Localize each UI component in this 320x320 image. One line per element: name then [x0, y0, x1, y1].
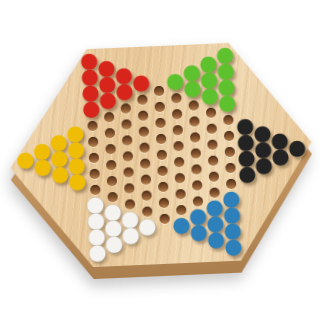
board-cell: [204, 152, 222, 169]
hole[interactable]: [155, 118, 165, 128]
hole[interactable]: [172, 125, 182, 135]
board-cell: [171, 170, 189, 187]
hole[interactable]: [103, 112, 113, 122]
hole[interactable]: [159, 214, 169, 224]
hole[interactable]: [206, 124, 216, 134]
board-cell: ●: [139, 219, 157, 236]
hole[interactable]: [158, 198, 168, 208]
hole[interactable]: [140, 159, 150, 169]
hole[interactable]: [189, 116, 199, 126]
hole[interactable]: [140, 174, 150, 184]
hole[interactable]: [104, 128, 114, 138]
hole[interactable]: [105, 144, 115, 154]
board-cell: [153, 163, 171, 180]
board-cell: ●: [218, 96, 236, 113]
hole[interactable]: [121, 119, 131, 129]
board-cell: [120, 180, 138, 197]
peg-grid: ●●●●●●●●●●●●●●●●●●●●●●●●●●●●●●●●●●●●●●●●…: [12, 41, 310, 269]
hole[interactable]: [223, 115, 233, 125]
hole[interactable]: [225, 163, 235, 173]
hole[interactable]: [224, 147, 234, 157]
hole[interactable]: [171, 93, 181, 103]
board-cell: [134, 123, 152, 140]
hole[interactable]: [174, 173, 184, 183]
board-cell: ●: [173, 218, 191, 235]
board-cell: [169, 138, 187, 155]
board-cell: [100, 109, 118, 126]
board-cell: [118, 132, 136, 149]
board-column: ●: [17, 153, 35, 170]
board-cell: ●: [89, 245, 107, 262]
hole[interactable]: [137, 111, 147, 121]
hole[interactable]: [190, 148, 200, 158]
board-cell: ●: [272, 149, 290, 166]
board-cell: [171, 186, 189, 203]
board-cell: [102, 157, 120, 174]
hole[interactable]: [89, 169, 99, 179]
board-cell: ●: [201, 88, 219, 105]
board-cell: [85, 166, 103, 183]
hole[interactable]: [155, 134, 165, 144]
board-cell: [155, 195, 173, 212]
board-cell: [221, 160, 239, 177]
board-cell: ●: [255, 158, 273, 175]
board-cell: [151, 115, 169, 132]
hole[interactable]: [192, 180, 202, 190]
board-cell: [137, 187, 155, 204]
board-cell: [168, 122, 186, 139]
board-cell: [168, 106, 186, 123]
hole[interactable]: [208, 172, 218, 182]
board-cell: ●: [207, 232, 225, 249]
board-cell: [219, 112, 237, 129]
board-cell: ●: [17, 153, 35, 170]
product-photo-background: ●●●●●●●●●●●●●●●●●●●●●●●●●●●●●●●●●●●●●●●●…: [0, 0, 320, 320]
board-cell: [186, 145, 204, 162]
hole[interactable]: [106, 176, 116, 186]
board-cell: ●: [34, 160, 52, 177]
board-cell: [116, 100, 134, 117]
board-cell: [184, 97, 202, 114]
board-cell: ●: [166, 74, 184, 91]
hole[interactable]: [122, 151, 132, 161]
hole[interactable]: [156, 150, 166, 160]
hole[interactable]: [189, 132, 199, 142]
board-cell: [134, 107, 152, 124]
hole[interactable]: [188, 100, 198, 110]
hole[interactable]: [154, 102, 164, 112]
hole[interactable]: [207, 140, 217, 150]
board-cell: [137, 171, 155, 188]
board-cell: [202, 104, 220, 121]
peg-green[interactable]: ●: [218, 91, 237, 113]
peg-yellow[interactable]: ●: [68, 170, 87, 192]
board-cell: ●: [99, 93, 117, 110]
board-cell: ●: [51, 167, 69, 184]
board-cell: [133, 91, 151, 108]
board-cell: ●: [122, 228, 140, 245]
board-cell: ●: [116, 84, 134, 101]
board-cell: [203, 136, 221, 153]
hole[interactable]: [141, 190, 151, 200]
board-cell: [187, 161, 205, 178]
board-cell: [152, 131, 170, 148]
board-cell: [150, 99, 168, 116]
board-cell: [167, 90, 185, 107]
board-cell: [101, 125, 119, 142]
board-cell: [135, 139, 153, 156]
board-cell: [154, 179, 172, 196]
board-cell: [188, 177, 206, 194]
board-cell: [220, 144, 238, 161]
hole[interactable]: [191, 164, 201, 174]
board-cell: ●: [132, 75, 150, 92]
board-cell: ●: [69, 174, 87, 191]
board-cell: [155, 211, 173, 228]
board-cell: ●: [105, 237, 123, 254]
board-cell: [202, 120, 220, 137]
hole[interactable]: [87, 121, 97, 131]
board-cell: [119, 164, 137, 181]
board-cell: [84, 134, 102, 151]
hole[interactable]: [173, 157, 183, 167]
board-cell: [101, 141, 119, 158]
hole[interactable]: [223, 131, 233, 141]
hole[interactable]: [173, 141, 183, 151]
hole[interactable]: [171, 109, 181, 119]
board-column: ●: [288, 141, 306, 158]
board-cell: ●: [238, 167, 256, 184]
hole[interactable]: [88, 137, 98, 147]
peg-black[interactable]: ●: [288, 136, 307, 158]
hole[interactable]: [124, 183, 134, 193]
board-cell: ●: [190, 225, 208, 242]
board-cell: [136, 155, 154, 172]
hole[interactable]: [137, 95, 147, 105]
hole[interactable]: [120, 103, 130, 113]
board-cell: ●: [288, 141, 306, 158]
hole[interactable]: [153, 86, 163, 96]
hole[interactable]: [123, 167, 133, 177]
board-cell: [185, 113, 203, 130]
board-cell: [117, 116, 135, 133]
peg-white[interactable]: ●: [138, 215, 157, 237]
hole[interactable]: [139, 143, 149, 153]
board-cell: [153, 147, 171, 164]
hole[interactable]: [205, 108, 215, 118]
board-cell: ●: [184, 81, 202, 98]
hole[interactable]: [175, 189, 185, 199]
board-cell: [205, 168, 223, 185]
hole[interactable]: [88, 153, 98, 163]
hole[interactable]: [121, 135, 131, 145]
peg-red[interactable]: ●: [132, 71, 151, 93]
board-cell: [83, 118, 101, 135]
hole[interactable]: [207, 156, 217, 166]
board-cell: [220, 128, 238, 145]
chinese-checkers-board: ●●●●●●●●●●●●●●●●●●●●●●●●●●●●●●●●●●●●●●●●…: [0, 0, 320, 320]
board-cell: [186, 129, 204, 146]
board-cell: [119, 148, 137, 165]
hole[interactable]: [106, 160, 116, 170]
board-cell: ●: [225, 240, 243, 257]
hole[interactable]: [138, 127, 148, 137]
board-cell: [170, 154, 188, 171]
board-cell: [103, 173, 121, 190]
board-cell: [150, 83, 168, 100]
peg-blue[interactable]: ●: [224, 235, 243, 257]
board-cell: [85, 150, 103, 167]
hole[interactable]: [158, 182, 168, 192]
hole[interactable]: [157, 166, 167, 176]
board-cell: ●: [82, 102, 100, 119]
